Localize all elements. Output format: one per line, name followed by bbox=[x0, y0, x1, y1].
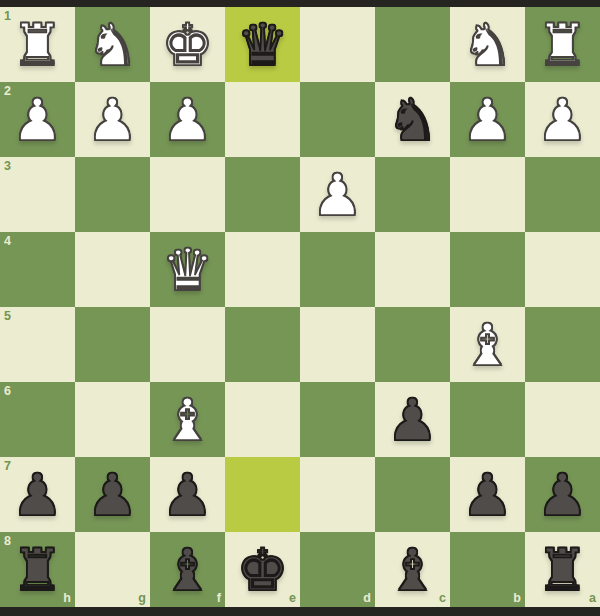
rank-label: 6 bbox=[4, 385, 11, 398]
square-e8[interactable]: e♚ bbox=[225, 532, 300, 607]
square-a1[interactable]: ♜ bbox=[525, 7, 600, 82]
square-d3[interactable]: ♟ bbox=[300, 157, 375, 232]
black-king[interactable]: ♚ bbox=[225, 532, 300, 607]
square-b3[interactable] bbox=[450, 157, 525, 232]
black-pawn[interactable]: ♟ bbox=[525, 457, 600, 532]
square-d2[interactable] bbox=[300, 82, 375, 157]
square-h7[interactable]: 7♟ bbox=[0, 457, 75, 532]
square-g8[interactable]: g bbox=[75, 532, 150, 607]
square-f7[interactable]: ♟ bbox=[150, 457, 225, 532]
rank-label: 3 bbox=[4, 160, 11, 173]
square-a2[interactable]: ♟ bbox=[525, 82, 600, 157]
bottom-frame bbox=[0, 607, 600, 616]
square-h8[interactable]: 8h♜ bbox=[0, 532, 75, 607]
square-g4[interactable] bbox=[75, 232, 150, 307]
square-b7[interactable]: ♟ bbox=[450, 457, 525, 532]
square-c7[interactable] bbox=[375, 457, 450, 532]
file-label: b bbox=[513, 592, 521, 605]
chess-app: 1♜♞♚♛♞♜2♟♟♟♞♟♟3♟4♛5♝6♝♟7♟♟♟♟♟8h♜gf♝e♚dc♝… bbox=[0, 0, 600, 616]
square-b1[interactable]: ♞ bbox=[450, 7, 525, 82]
square-e7[interactable] bbox=[225, 457, 300, 532]
rank-label: 5 bbox=[4, 310, 11, 323]
top-frame bbox=[0, 0, 600, 7]
black-queen[interactable]: ♛ bbox=[225, 7, 300, 82]
square-g2[interactable]: ♟ bbox=[75, 82, 150, 157]
square-c8[interactable]: c♝ bbox=[375, 532, 450, 607]
chess-board: 1♜♞♚♛♞♜2♟♟♟♞♟♟3♟4♛5♝6♝♟7♟♟♟♟♟8h♜gf♝e♚dc♝… bbox=[0, 7, 600, 607]
square-c5[interactable] bbox=[375, 307, 450, 382]
square-b4[interactable] bbox=[450, 232, 525, 307]
white-rook[interactable]: ♜ bbox=[0, 7, 75, 82]
square-c6[interactable]: ♟ bbox=[375, 382, 450, 457]
white-knight[interactable]: ♞ bbox=[450, 7, 525, 82]
square-a7[interactable]: ♟ bbox=[525, 457, 600, 532]
white-king[interactable]: ♚ bbox=[150, 7, 225, 82]
square-h2[interactable]: 2♟ bbox=[0, 82, 75, 157]
white-pawn[interactable]: ♟ bbox=[0, 82, 75, 157]
square-d6[interactable] bbox=[300, 382, 375, 457]
black-pawn[interactable]: ♟ bbox=[0, 457, 75, 532]
file-label: d bbox=[363, 592, 371, 605]
square-d8[interactable]: d bbox=[300, 532, 375, 607]
white-bishop[interactable]: ♝ bbox=[150, 382, 225, 457]
white-rook[interactable]: ♜ bbox=[525, 7, 600, 82]
square-b6[interactable] bbox=[450, 382, 525, 457]
black-pawn[interactable]: ♟ bbox=[75, 457, 150, 532]
square-a8[interactable]: a♜ bbox=[525, 532, 600, 607]
square-f3[interactable] bbox=[150, 157, 225, 232]
black-bishop[interactable]: ♝ bbox=[150, 532, 225, 607]
black-pawn[interactable]: ♟ bbox=[375, 382, 450, 457]
square-f8[interactable]: f♝ bbox=[150, 532, 225, 607]
black-rook[interactable]: ♜ bbox=[525, 532, 600, 607]
white-pawn[interactable]: ♟ bbox=[75, 82, 150, 157]
square-f4[interactable]: ♛ bbox=[150, 232, 225, 307]
square-f5[interactable] bbox=[150, 307, 225, 382]
black-bishop[interactable]: ♝ bbox=[375, 532, 450, 607]
black-pawn[interactable]: ♟ bbox=[150, 457, 225, 532]
square-e3[interactable] bbox=[225, 157, 300, 232]
square-d1[interactable] bbox=[300, 7, 375, 82]
white-pawn[interactable]: ♟ bbox=[450, 82, 525, 157]
square-c1[interactable] bbox=[375, 7, 450, 82]
square-a3[interactable] bbox=[525, 157, 600, 232]
rank-label: 4 bbox=[4, 235, 11, 248]
square-d5[interactable] bbox=[300, 307, 375, 382]
square-f1[interactable]: ♚ bbox=[150, 7, 225, 82]
square-a6[interactable] bbox=[525, 382, 600, 457]
black-pawn[interactable]: ♟ bbox=[450, 457, 525, 532]
square-d4[interactable] bbox=[300, 232, 375, 307]
square-g7[interactable]: ♟ bbox=[75, 457, 150, 532]
white-bishop[interactable]: ♝ bbox=[450, 307, 525, 382]
square-g5[interactable] bbox=[75, 307, 150, 382]
square-f6[interactable]: ♝ bbox=[150, 382, 225, 457]
black-rook[interactable]: ♜ bbox=[0, 532, 75, 607]
white-pawn[interactable]: ♟ bbox=[525, 82, 600, 157]
square-h1[interactable]: 1♜ bbox=[0, 7, 75, 82]
white-pawn[interactable]: ♟ bbox=[300, 157, 375, 232]
square-b8[interactable]: b bbox=[450, 532, 525, 607]
square-e1[interactable]: ♛ bbox=[225, 7, 300, 82]
square-e6[interactable] bbox=[225, 382, 300, 457]
square-d7[interactable] bbox=[300, 457, 375, 532]
square-e4[interactable] bbox=[225, 232, 300, 307]
square-h6[interactable]: 6 bbox=[0, 382, 75, 457]
file-label: g bbox=[138, 592, 146, 605]
square-h5[interactable]: 5 bbox=[0, 307, 75, 382]
white-pawn[interactable]: ♟ bbox=[150, 82, 225, 157]
square-f2[interactable]: ♟ bbox=[150, 82, 225, 157]
square-b5[interactable]: ♝ bbox=[450, 307, 525, 382]
square-a4[interactable] bbox=[525, 232, 600, 307]
square-c3[interactable] bbox=[375, 157, 450, 232]
square-c4[interactable] bbox=[375, 232, 450, 307]
white-knight[interactable]: ♞ bbox=[75, 7, 150, 82]
square-g1[interactable]: ♞ bbox=[75, 7, 150, 82]
white-queen[interactable]: ♛ bbox=[150, 232, 225, 307]
square-g6[interactable] bbox=[75, 382, 150, 457]
square-a5[interactable] bbox=[525, 307, 600, 382]
square-c2[interactable]: ♞ bbox=[375, 82, 450, 157]
square-b2[interactable]: ♟ bbox=[450, 82, 525, 157]
square-h4[interactable]: 4 bbox=[0, 232, 75, 307]
square-h3[interactable]: 3 bbox=[0, 157, 75, 232]
black-knight[interactable]: ♞ bbox=[375, 82, 450, 157]
square-g3[interactable] bbox=[75, 157, 150, 232]
square-e2[interactable] bbox=[225, 82, 300, 157]
square-e5[interactable] bbox=[225, 307, 300, 382]
